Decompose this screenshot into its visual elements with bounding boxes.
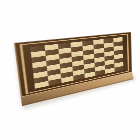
product-photo-stage [0, 0, 140, 140]
